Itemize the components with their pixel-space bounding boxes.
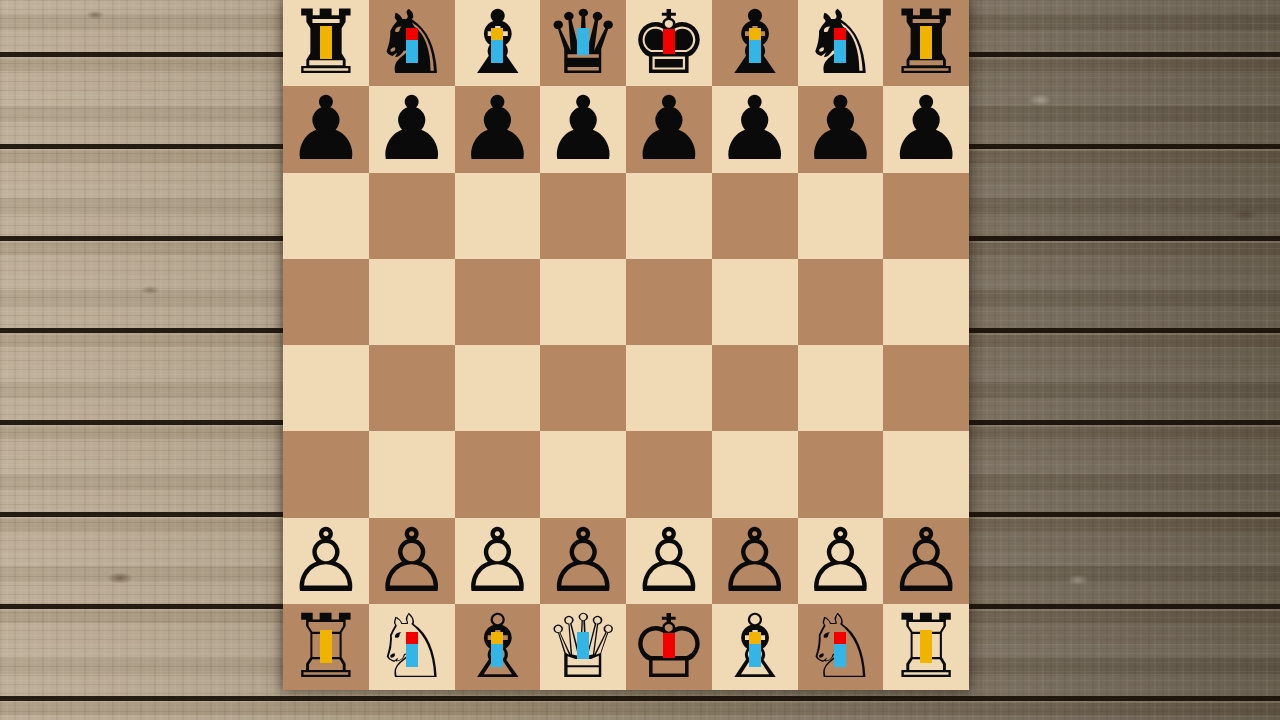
square-e6[interactable] bbox=[626, 173, 712, 259]
square-e3[interactable] bbox=[626, 431, 712, 517]
square-h7[interactable]: ♟ bbox=[883, 86, 969, 172]
square-e7[interactable]: ♟ bbox=[626, 86, 712, 172]
piece-white-king[interactable]: ♔ bbox=[629, 604, 708, 690]
square-f5[interactable] bbox=[712, 259, 798, 345]
piece-black-bishop[interactable]: ♝ bbox=[458, 0, 537, 86]
square-b1[interactable]: ♘ bbox=[369, 604, 455, 690]
square-e5[interactable] bbox=[626, 259, 712, 345]
piece-black-pawn[interactable]: ♟ bbox=[286, 86, 365, 172]
square-d1[interactable]: ♕ bbox=[540, 604, 626, 690]
square-c5[interactable] bbox=[455, 259, 541, 345]
square-g3[interactable] bbox=[798, 431, 884, 517]
square-b3[interactable] bbox=[369, 431, 455, 517]
piece-white-pawn[interactable]: ♙ bbox=[801, 518, 880, 604]
square-c6[interactable] bbox=[455, 173, 541, 259]
square-f8[interactable]: ♝ bbox=[712, 0, 798, 86]
piece-white-bishop[interactable]: ♗ bbox=[458, 604, 537, 690]
square-g6[interactable] bbox=[798, 173, 884, 259]
square-a3[interactable] bbox=[283, 431, 369, 517]
piece-black-knight[interactable]: ♞ bbox=[801, 0, 880, 86]
square-a4[interactable] bbox=[283, 345, 369, 431]
piece-white-bishop[interactable]: ♗ bbox=[715, 604, 794, 690]
square-a2[interactable]: ♙ bbox=[283, 518, 369, 604]
piece-white-queen[interactable]: ♕ bbox=[544, 604, 623, 690]
square-d7[interactable]: ♟ bbox=[540, 86, 626, 172]
piece-white-pawn[interactable]: ♙ bbox=[544, 518, 623, 604]
square-h6[interactable] bbox=[883, 173, 969, 259]
square-b6[interactable] bbox=[369, 173, 455, 259]
square-g1[interactable]: ♘ bbox=[798, 604, 884, 690]
square-h5[interactable] bbox=[883, 259, 969, 345]
square-d4[interactable] bbox=[540, 345, 626, 431]
piece-white-pawn[interactable]: ♙ bbox=[458, 518, 537, 604]
square-d3[interactable] bbox=[540, 431, 626, 517]
square-b4[interactable] bbox=[369, 345, 455, 431]
square-c8[interactable]: ♝ bbox=[455, 0, 541, 86]
piece-white-pawn[interactable]: ♙ bbox=[286, 518, 365, 604]
piece-black-pawn[interactable]: ♟ bbox=[801, 86, 880, 172]
piece-white-pawn[interactable]: ♙ bbox=[715, 518, 794, 604]
piece-black-pawn[interactable]: ♟ bbox=[458, 86, 537, 172]
square-h1[interactable]: ♖ bbox=[883, 604, 969, 690]
square-e1[interactable]: ♔ bbox=[626, 604, 712, 690]
square-c1[interactable]: ♗ bbox=[455, 604, 541, 690]
piece-black-pawn[interactable]: ♟ bbox=[372, 86, 451, 172]
square-d2[interactable]: ♙ bbox=[540, 518, 626, 604]
piece-black-bishop[interactable]: ♝ bbox=[715, 0, 794, 86]
square-e4[interactable] bbox=[626, 345, 712, 431]
square-a8[interactable]: ♜ bbox=[283, 0, 369, 86]
square-b5[interactable] bbox=[369, 259, 455, 345]
square-b7[interactable]: ♟ bbox=[369, 86, 455, 172]
piece-white-pawn[interactable]: ♙ bbox=[629, 518, 708, 604]
chess-board: ♜♞♝♛♚♝♞♜♟♟♟♟♟♟♟♟♙♙♙♙♙♙♙♙♖♘♗♕♔♗♘♖ bbox=[283, 0, 969, 690]
square-h2[interactable]: ♙ bbox=[883, 518, 969, 604]
square-e8[interactable]: ♚ bbox=[626, 0, 712, 86]
square-a6[interactable] bbox=[283, 173, 369, 259]
square-g4[interactable] bbox=[798, 345, 884, 431]
square-f6[interactable] bbox=[712, 173, 798, 259]
square-h3[interactable] bbox=[883, 431, 969, 517]
square-b2[interactable]: ♙ bbox=[369, 518, 455, 604]
square-g7[interactable]: ♟ bbox=[798, 86, 884, 172]
square-b8[interactable]: ♞ bbox=[369, 0, 455, 86]
piece-white-rook[interactable]: ♖ bbox=[286, 604, 365, 690]
square-d6[interactable] bbox=[540, 173, 626, 259]
piece-white-rook[interactable]: ♖ bbox=[887, 604, 966, 690]
square-e2[interactable]: ♙ bbox=[626, 518, 712, 604]
square-h8[interactable]: ♜ bbox=[883, 0, 969, 86]
square-g5[interactable] bbox=[798, 259, 884, 345]
square-a5[interactable] bbox=[283, 259, 369, 345]
piece-white-knight[interactable]: ♘ bbox=[372, 604, 451, 690]
piece-black-rook[interactable]: ♜ bbox=[887, 0, 966, 86]
piece-black-pawn[interactable]: ♟ bbox=[887, 86, 966, 172]
piece-black-pawn[interactable]: ♟ bbox=[629, 86, 708, 172]
square-d5[interactable] bbox=[540, 259, 626, 345]
piece-black-queen[interactable]: ♛ bbox=[544, 0, 623, 86]
square-g8[interactable]: ♞ bbox=[798, 0, 884, 86]
square-f3[interactable] bbox=[712, 431, 798, 517]
square-c7[interactable]: ♟ bbox=[455, 86, 541, 172]
square-c3[interactable] bbox=[455, 431, 541, 517]
square-f2[interactable]: ♙ bbox=[712, 518, 798, 604]
square-d8[interactable]: ♛ bbox=[540, 0, 626, 86]
square-g2[interactable]: ♙ bbox=[798, 518, 884, 604]
piece-white-pawn[interactable]: ♙ bbox=[887, 518, 966, 604]
piece-black-rook[interactable]: ♜ bbox=[286, 0, 365, 86]
piece-black-king[interactable]: ♚ bbox=[629, 0, 708, 86]
square-h4[interactable] bbox=[883, 345, 969, 431]
piece-white-knight[interactable]: ♘ bbox=[801, 604, 880, 690]
piece-black-knight[interactable]: ♞ bbox=[372, 0, 451, 86]
square-f4[interactable] bbox=[712, 345, 798, 431]
square-c2[interactable]: ♙ bbox=[455, 518, 541, 604]
square-f7[interactable]: ♟ bbox=[712, 86, 798, 172]
square-f1[interactable]: ♗ bbox=[712, 604, 798, 690]
square-a1[interactable]: ♖ bbox=[283, 604, 369, 690]
piece-white-pawn[interactable]: ♙ bbox=[372, 518, 451, 604]
piece-black-pawn[interactable]: ♟ bbox=[715, 86, 794, 172]
square-c4[interactable] bbox=[455, 345, 541, 431]
square-a7[interactable]: ♟ bbox=[283, 86, 369, 172]
piece-black-pawn[interactable]: ♟ bbox=[544, 86, 623, 172]
